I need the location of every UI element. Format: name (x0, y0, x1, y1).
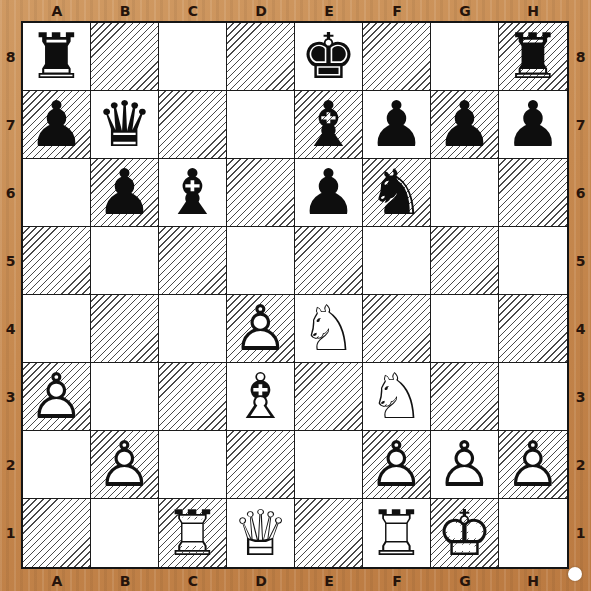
square-c6[interactable]: ♝ (159, 159, 227, 227)
piece-white-rook-fill: ♜ (159, 499, 226, 567)
rank-label-4: 4 (570, 295, 591, 363)
rank-label-8: 8 (570, 23, 591, 91)
piece-white-queen: ♕ (227, 499, 294, 567)
piece-white-pawn: ♙ (431, 431, 498, 498)
square-d4[interactable]: ♟♙ (227, 295, 295, 363)
rank-label-2: 2 (570, 431, 591, 499)
square-c4[interactable] (159, 295, 227, 363)
piece-black-bishop: ♝ (295, 91, 362, 158)
square-g3[interactable] (431, 363, 499, 431)
square-c7[interactable] (159, 91, 227, 159)
file-label-a: A (23, 0, 91, 21)
file-label-g: G (431, 0, 499, 21)
file-label-d: D (227, 570, 295, 591)
square-g1[interactable]: ♚♔ (431, 499, 499, 567)
square-h5[interactable] (499, 227, 567, 295)
square-b5[interactable] (91, 227, 159, 295)
piece-black-bishop: ♝ (159, 159, 226, 226)
rank-label-2: 2 (0, 431, 21, 499)
square-c8[interactable] (159, 23, 227, 91)
piece-black-pawn: ♟ (363, 91, 430, 158)
square-a5[interactable] (23, 227, 91, 295)
file-label-a: A (23, 570, 91, 591)
piece-black-queen: ♛ (91, 91, 158, 158)
piece-white-pawn-fill: ♟ (227, 295, 294, 362)
piece-white-knight-fill: ♞ (363, 363, 430, 430)
piece-black-pawn: ♟ (91, 159, 158, 226)
square-d2[interactable] (227, 431, 295, 499)
square-b7[interactable]: ♛ (91, 91, 159, 159)
piece-black-pawn: ♟ (499, 91, 567, 158)
rank-labels-left: 87654321 (0, 23, 21, 567)
file-labels-bottom: ABCDEFGH (23, 570, 567, 591)
rank-label-6: 6 (0, 159, 21, 227)
piece-white-queen-fill: ♛ (227, 499, 294, 567)
square-e4[interactable]: ♞♘ (295, 295, 363, 363)
file-label-b: B (91, 0, 159, 21)
rank-label-5: 5 (0, 227, 21, 295)
square-d5[interactable] (227, 227, 295, 295)
file-label-h: H (499, 570, 567, 591)
square-g4[interactable] (431, 295, 499, 363)
square-g5[interactable] (431, 227, 499, 295)
piece-white-knight: ♘ (295, 295, 362, 362)
piece-white-pawn: ♙ (227, 295, 294, 362)
file-label-h: H (499, 0, 567, 21)
piece-white-pawn: ♙ (23, 363, 90, 430)
piece-white-pawn-fill: ♟ (363, 431, 430, 498)
square-d6[interactable] (227, 159, 295, 227)
piece-white-pawn-fill: ♟ (91, 431, 158, 498)
square-d8[interactable] (227, 23, 295, 91)
piece-white-pawn-fill: ♟ (499, 431, 567, 498)
rank-label-3: 3 (0, 363, 21, 431)
piece-black-rook: ♜ (499, 23, 567, 90)
file-label-e: E (295, 570, 363, 591)
piece-black-pawn: ♟ (295, 159, 362, 226)
square-b6[interactable]: ♟ (91, 159, 159, 227)
square-a2[interactable] (23, 431, 91, 499)
piece-white-rook-fill: ♜ (363, 499, 430, 567)
piece-white-king-fill: ♚ (431, 499, 498, 567)
rank-label-4: 4 (0, 295, 21, 363)
rank-label-3: 3 (570, 363, 591, 431)
square-f8[interactable] (363, 23, 431, 91)
file-label-d: D (227, 0, 295, 21)
white-to-move-indicator (568, 567, 582, 581)
square-e8[interactable]: ♚ (295, 23, 363, 91)
square-f2[interactable]: ♟♙ (363, 431, 431, 499)
square-a8[interactable]: ♜ (23, 23, 91, 91)
piece-white-bishop: ♗ (227, 363, 294, 430)
rank-label-8: 8 (0, 23, 21, 91)
square-h4[interactable] (499, 295, 567, 363)
piece-white-pawn: ♙ (363, 431, 430, 498)
square-c3[interactable] (159, 363, 227, 431)
square-e3[interactable] (295, 363, 363, 431)
square-e7[interactable]: ♝ (295, 91, 363, 159)
piece-black-pawn: ♟ (23, 91, 90, 158)
square-a4[interactable] (23, 295, 91, 363)
piece-white-pawn-fill: ♟ (23, 363, 90, 430)
rank-label-7: 7 (0, 91, 21, 159)
rank-labels-right: 87654321 (570, 23, 591, 567)
file-label-c: C (159, 0, 227, 21)
square-h6[interactable] (499, 159, 567, 227)
square-b8[interactable] (91, 23, 159, 91)
square-a3[interactable]: ♟♙ (23, 363, 91, 431)
square-e2[interactable] (295, 431, 363, 499)
piece-white-king: ♔ (431, 499, 498, 567)
square-g6[interactable] (431, 159, 499, 227)
square-c2[interactable] (159, 431, 227, 499)
board: ♜♚♜♟♛♝♟♟♟♟♝♟♞♟♙♞♘♟♙♝♗♞♘♟♙♟♙♟♙♟♙♜♖♛♕♜♖♚♔ (21, 21, 569, 569)
square-h2[interactable]: ♟♙ (499, 431, 567, 499)
square-e5[interactable] (295, 227, 363, 295)
square-e1[interactable] (295, 499, 363, 567)
square-g7[interactable]: ♟ (431, 91, 499, 159)
square-b2[interactable]: ♟♙ (91, 431, 159, 499)
square-f3[interactable]: ♞♘ (363, 363, 431, 431)
piece-black-pawn: ♟ (431, 91, 498, 158)
square-f4[interactable] (363, 295, 431, 363)
rank-label-1: 1 (0, 499, 21, 567)
square-d7[interactable] (227, 91, 295, 159)
square-h8[interactable]: ♜ (499, 23, 567, 91)
chess-diagram: ABCDEFGH ABCDEFGH 87654321 87654321 ♜♚♜♟… (0, 0, 591, 591)
square-f5[interactable] (363, 227, 431, 295)
square-b3[interactable] (91, 363, 159, 431)
square-b1[interactable] (91, 499, 159, 567)
rank-label-7: 7 (570, 91, 591, 159)
piece-white-knight: ♘ (363, 363, 430, 430)
square-h3[interactable] (499, 363, 567, 431)
piece-white-bishop-fill: ♝ (227, 363, 294, 430)
square-h7[interactable]: ♟ (499, 91, 567, 159)
file-label-g: G (431, 570, 499, 591)
square-b4[interactable] (91, 295, 159, 363)
square-f7[interactable]: ♟ (363, 91, 431, 159)
piece-white-pawn-fill: ♟ (431, 431, 498, 498)
file-label-b: B (91, 570, 159, 591)
piece-white-rook: ♖ (363, 499, 430, 567)
piece-white-pawn: ♙ (499, 431, 567, 498)
square-f6[interactable]: ♞ (363, 159, 431, 227)
rank-label-1: 1 (570, 499, 591, 567)
square-f1[interactable]: ♜♖ (363, 499, 431, 567)
square-e6[interactable]: ♟ (295, 159, 363, 227)
piece-black-rook: ♜ (23, 23, 90, 90)
square-d1[interactable]: ♛♕ (227, 499, 295, 567)
square-h1[interactable] (499, 499, 567, 567)
file-label-f: F (363, 0, 431, 21)
piece-white-rook: ♖ (159, 499, 226, 567)
square-a6[interactable] (23, 159, 91, 227)
square-c1[interactable]: ♜♖ (159, 499, 227, 567)
piece-white-knight-fill: ♞ (295, 295, 362, 362)
square-g2[interactable]: ♟♙ (431, 431, 499, 499)
square-a1[interactable] (23, 499, 91, 567)
piece-black-king: ♚ (295, 23, 362, 90)
square-d3[interactable]: ♝♗ (227, 363, 295, 431)
file-labels-top: ABCDEFGH (23, 0, 567, 21)
rank-label-6: 6 (570, 159, 591, 227)
rank-label-5: 5 (570, 227, 591, 295)
square-g8[interactable] (431, 23, 499, 91)
piece-white-pawn: ♙ (91, 431, 158, 498)
file-label-f: F (363, 570, 431, 591)
square-c5[interactable] (159, 227, 227, 295)
file-label-c: C (159, 570, 227, 591)
piece-black-knight: ♞ (363, 159, 430, 226)
square-a7[interactable]: ♟ (23, 91, 91, 159)
file-label-e: E (295, 0, 363, 21)
